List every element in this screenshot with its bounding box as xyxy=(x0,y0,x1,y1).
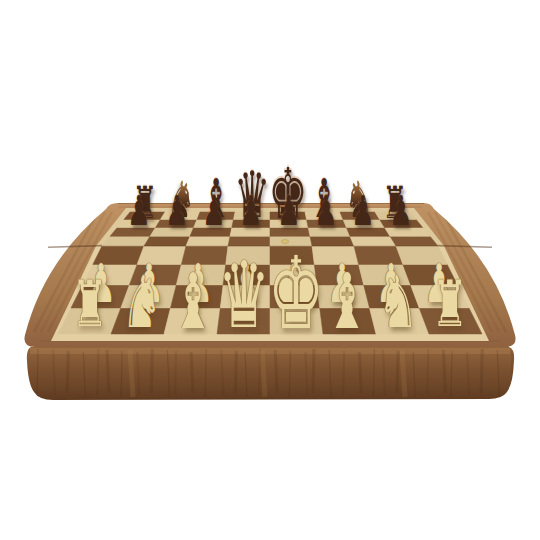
square-e2 xyxy=(270,285,320,308)
square-a4 xyxy=(93,246,144,264)
square-e5 xyxy=(270,236,312,246)
hinge-clasp-dot xyxy=(282,240,289,244)
square-f2 xyxy=(317,285,370,308)
square-d8 xyxy=(234,212,271,219)
square-c2 xyxy=(171,285,224,308)
square-c5 xyxy=(186,236,230,246)
square-a6 xyxy=(110,228,156,237)
square-h7 xyxy=(380,219,423,227)
square-e3 xyxy=(270,264,317,285)
square-a5 xyxy=(102,236,150,246)
square-g1 xyxy=(370,308,430,334)
square-g7 xyxy=(343,219,385,227)
square-b7 xyxy=(156,219,198,227)
square-d7 xyxy=(232,219,270,227)
square-c7 xyxy=(194,219,234,227)
square-d6 xyxy=(230,228,270,237)
square-b1 xyxy=(111,308,171,334)
square-b4 xyxy=(137,246,186,264)
square-g4 xyxy=(354,246,403,264)
square-a8 xyxy=(124,212,165,219)
square-c1 xyxy=(164,308,220,334)
square-d5 xyxy=(228,236,270,246)
square-d4 xyxy=(226,246,270,264)
square-g8 xyxy=(340,212,380,219)
folding-chessboard xyxy=(0,0,540,540)
square-h4 xyxy=(396,246,447,264)
square-d3 xyxy=(223,264,270,285)
square-b5 xyxy=(144,236,190,246)
square-b2 xyxy=(121,285,177,308)
square-e6 xyxy=(270,228,310,237)
square-f4 xyxy=(312,246,359,264)
square-g2 xyxy=(364,285,420,308)
square-b6 xyxy=(150,228,194,237)
square-c3 xyxy=(176,264,225,285)
square-h6 xyxy=(385,228,431,237)
squares-grid xyxy=(58,212,482,334)
square-b8 xyxy=(160,212,200,219)
square-f8 xyxy=(305,212,343,219)
square-a7 xyxy=(117,219,160,227)
square-g6 xyxy=(346,228,390,237)
square-d1 xyxy=(217,308,270,334)
square-e1 xyxy=(270,308,323,334)
square-f5 xyxy=(310,236,354,246)
square-e7 xyxy=(270,219,308,227)
square-g3 xyxy=(359,264,411,285)
square-f3 xyxy=(314,264,363,285)
square-d2 xyxy=(220,285,270,308)
square-h5 xyxy=(390,236,438,246)
square-f6 xyxy=(308,228,350,237)
square-c4 xyxy=(181,246,228,264)
square-c8 xyxy=(197,212,235,219)
square-g5 xyxy=(350,236,396,246)
square-f7 xyxy=(307,219,347,227)
square-c6 xyxy=(190,228,232,237)
square-f1 xyxy=(320,308,376,334)
square-e4 xyxy=(270,246,314,264)
square-b3 xyxy=(129,264,181,285)
square-e8 xyxy=(270,212,307,219)
square-h8 xyxy=(375,212,416,219)
chess-set-photo: ♜♞♝♛♚♝♞♜♟♟♟♟♟♟♟♟♟♟♟♟♟♟♟♟♜♞♝♛♚♝♞♜ xyxy=(0,0,540,540)
